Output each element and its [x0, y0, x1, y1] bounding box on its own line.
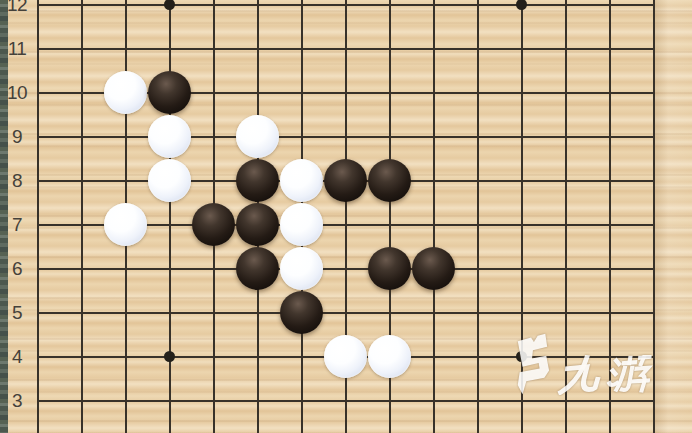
white-stone[interactable]	[148, 115, 191, 158]
black-stone[interactable]	[368, 159, 411, 202]
grid-line-vertical	[37, 0, 39, 433]
white-stone[interactable]	[104, 71, 147, 114]
black-stone[interactable]	[324, 159, 367, 202]
black-stone[interactable]	[412, 247, 455, 290]
black-stone[interactable]	[368, 247, 411, 290]
white-stone[interactable]	[236, 115, 279, 158]
board-right-margin	[655, 0, 692, 433]
board-left-edge	[0, 0, 8, 433]
black-stone[interactable]	[148, 71, 191, 114]
grid-line-horizontal	[37, 4, 655, 6]
grid-line-horizontal	[37, 312, 655, 314]
grid-line-vertical	[81, 0, 83, 433]
white-stone[interactable]	[280, 203, 323, 246]
black-stone[interactable]	[280, 291, 323, 334]
star-point	[164, 0, 175, 10]
grid-line-horizontal	[37, 136, 655, 138]
white-stone[interactable]	[280, 159, 323, 202]
gomoku-board[interactable]: 1211109876543	[0, 0, 692, 433]
star-point	[516, 351, 527, 362]
grid-line-vertical	[609, 0, 611, 433]
grid-line-vertical	[433, 0, 435, 433]
grid-line-horizontal	[37, 268, 655, 270]
star-point	[164, 351, 175, 362]
grid-line-vertical	[477, 0, 479, 433]
grid-line-vertical	[169, 0, 171, 433]
grid-line-vertical	[565, 0, 567, 433]
black-stone[interactable]	[236, 247, 279, 290]
white-stone[interactable]	[148, 159, 191, 202]
black-stone[interactable]	[192, 203, 235, 246]
gomoku-game-screenshot: 1211109876543	[0, 0, 692, 433]
white-stone[interactable]	[104, 203, 147, 246]
grid-line-vertical	[521, 0, 523, 433]
white-stone[interactable]	[280, 247, 323, 290]
white-stone[interactable]	[324, 335, 367, 378]
star-point	[516, 0, 527, 10]
white-stone[interactable]	[368, 335, 411, 378]
grid-line-horizontal	[37, 48, 655, 50]
grid-line-horizontal	[37, 400, 655, 402]
black-stone[interactable]	[236, 159, 279, 202]
black-stone[interactable]	[236, 203, 279, 246]
